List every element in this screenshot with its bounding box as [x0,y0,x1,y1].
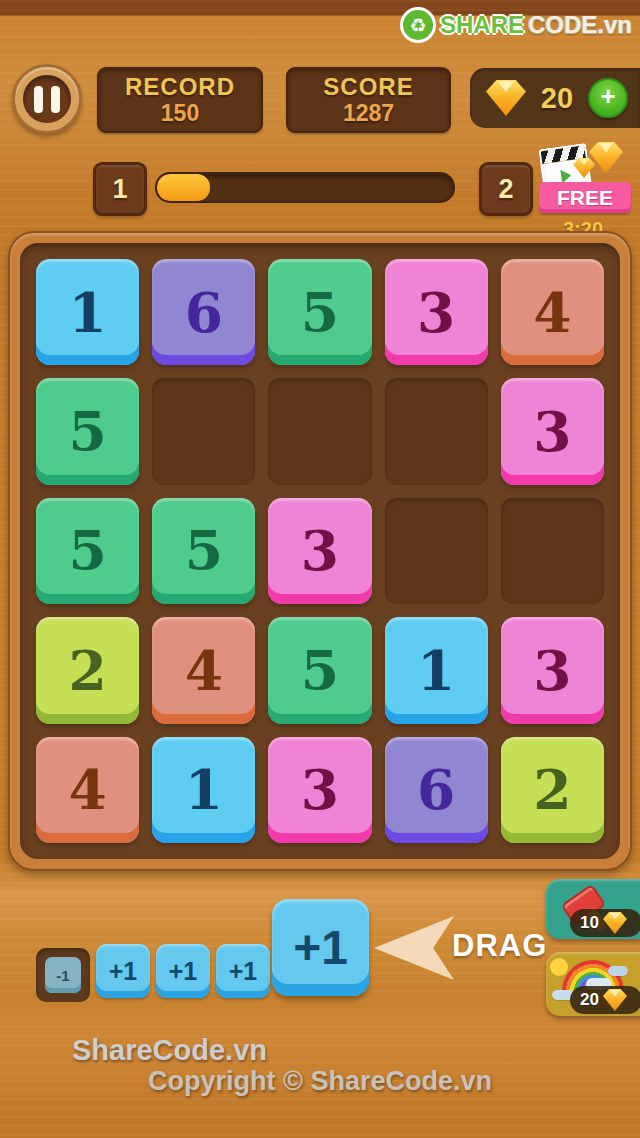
tile-1[interactable]: 1 [385,617,488,723]
logo-share-text: SHARE [440,11,524,39]
tile-5[interactable]: 5 [268,259,371,365]
tile-4[interactable]: 4 [501,259,604,365]
pause-icon [23,75,71,123]
gem-icon [603,989,627,1011]
record-value: 150 [161,101,199,126]
empty-cell [152,378,255,484]
hammer-price-badge: 10 [570,909,640,937]
minus-one-tile: -1 [45,957,81,993]
tile-4[interactable]: 4 [36,737,139,843]
score-panel: SCORE 1287 [286,67,451,133]
level-progress-fill [157,174,210,201]
score-value: 1287 [343,101,394,126]
rainbow-booster-button[interactable]: 20 [546,952,640,1016]
tile-3[interactable]: 3 [501,378,604,484]
empty-cell [385,378,488,484]
tile-2[interactable]: 2 [501,737,604,843]
board-grid: 16534535532451341362 [20,243,620,859]
gem-icon [486,80,526,116]
tile-6[interactable]: 6 [152,259,255,365]
gem-count: 20 [526,82,588,115]
tile-5[interactable]: 5 [36,378,139,484]
level-progress-bar [155,172,455,203]
pause-button[interactable] [12,64,82,134]
queue-plus-one-tile[interactable]: +1 [216,944,270,998]
tile-5[interactable]: 5 [268,617,371,723]
tile-5[interactable]: 5 [152,498,255,604]
tile-3[interactable]: 3 [268,737,371,843]
add-gems-button[interactable]: + [588,78,628,118]
recycle-icon: ♻ [400,7,436,43]
queue-slot: -1 [36,948,90,1002]
copyright-text: Copyright © ShareCode.vn [0,1066,640,1097]
score-label: SCORE [323,74,413,100]
hammer-cost: 10 [580,913,599,933]
drag-arrow-icon [374,916,454,980]
draggable-plus-one-tile[interactable]: +1 [272,899,369,996]
free-gift-button[interactable]: FREE 3:20 [533,140,637,228]
rainbow-cost: 20 [580,990,599,1010]
tile-6[interactable]: 6 [385,737,488,843]
sharecode-logo: ♻ SHARECODE.vn [400,7,632,43]
game-board: 16534535532451341362 [8,231,632,871]
gem-icon [603,912,627,934]
gem-icon [589,142,623,173]
queue-plus-one-tile[interactable]: +1 [96,944,150,998]
hammer-booster-button[interactable]: 10 [546,879,640,939]
tile-4[interactable]: 4 [152,617,255,723]
queue-plus-one-tile[interactable]: +1 [156,944,210,998]
logo-code-text: CODE.vn [528,11,632,39]
cloud-icon [608,966,628,976]
tile-2[interactable]: 2 [36,617,139,723]
drag-hint: DRAG [452,928,547,964]
empty-cell [385,498,488,604]
record-panel: RECORD 150 [97,67,263,133]
empty-cell [268,378,371,484]
tile-3[interactable]: 3 [385,259,488,365]
level-current: 1 [93,162,147,216]
gem-counter: 20 + [470,68,640,128]
watermark-text: ShareCode.vn [72,1034,267,1067]
free-ribbon: FREE [539,182,631,213]
record-label: RECORD [125,74,235,100]
tile-1[interactable]: 1 [152,737,255,843]
tile-3[interactable]: 3 [268,498,371,604]
rainbow-price-badge: 20 [570,986,640,1014]
empty-cell [501,498,604,604]
tile-1[interactable]: 1 [36,259,139,365]
tile-3[interactable]: 3 [501,617,604,723]
tile-5[interactable]: 5 [36,498,139,604]
level-next: 2 [479,162,533,216]
